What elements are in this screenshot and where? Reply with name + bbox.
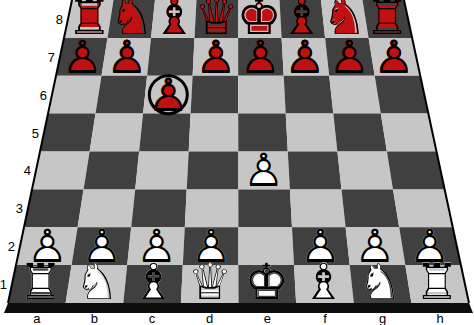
red-pawn-outline-icon: ♙ [106, 34, 147, 80]
file-label-a: a [33, 311, 40, 325]
square-b5[interactable] [90, 114, 144, 152]
red-pawn-outline-icon: ♙ [284, 34, 325, 80]
red-bishop-outline-icon: ♗ [152, 0, 197, 42]
square-b4[interactable] [84, 152, 140, 190]
rank-label-1: 1 [0, 277, 7, 292]
red-pawn-outline-icon: ♙ [329, 34, 370, 80]
white-pawn-outline-icon: ♙ [243, 147, 284, 193]
chess-board-diagram: ♜♖♞♘♝♗♛♕♚♔♝♗♞♘♜♖♟♙♟♙♟♙♟♙♟♙♟♙♟♙♟♙♟♙♟♙♟♙♟♙… [0, 0, 474, 325]
rank-label-5: 5 [32, 125, 39, 140]
rank-label-6: 6 [40, 87, 47, 102]
red-pawn-outline-icon: ♙ [195, 34, 236, 80]
piece-red-pawn-c6[interactable]: ♟♙ [148, 72, 189, 118]
file-label-d: d [206, 311, 213, 325]
white-rook-outline-icon: ♖ [414, 257, 459, 307]
square-d5[interactable] [189, 114, 239, 152]
file-label-b: b [91, 311, 98, 325]
file-label-g: g [379, 311, 386, 325]
piece-red-pawn-h7[interactable]: ♟♙ [373, 34, 414, 80]
piece-white-rook-a1[interactable]: ♜♖ [18, 257, 63, 307]
square-h4[interactable] [387, 152, 445, 190]
file-label-h: h [437, 311, 444, 325]
rank-label-2: 2 [8, 239, 15, 254]
piece-red-pawn-d7[interactable]: ♟♙ [195, 34, 236, 80]
square-g5[interactable] [333, 114, 387, 152]
red-pawn-outline-icon: ♙ [240, 34, 281, 80]
square-c4[interactable] [135, 152, 189, 190]
white-knight-outline-icon: ♘ [75, 257, 120, 307]
square-f4[interactable] [288, 152, 342, 190]
square-a4[interactable] [32, 152, 90, 190]
file-label-c: c [149, 311, 156, 325]
rank-label-7: 7 [48, 49, 55, 64]
white-bishop-outline-icon: ♗ [131, 257, 176, 307]
rank-label-3: 3 [16, 201, 23, 216]
square-d4[interactable] [187, 152, 239, 190]
piece-red-pawn-a7[interactable]: ♟♙ [62, 34, 103, 80]
rank-label-8: 8 [56, 11, 63, 26]
white-rook-outline-icon: ♖ [18, 257, 63, 307]
piece-white-bishop-c1[interactable]: ♝♗ [131, 257, 176, 307]
piece-red-pawn-g7[interactable]: ♟♙ [329, 34, 370, 80]
piece-white-king-e1[interactable]: ♚♔ [244, 257, 289, 307]
red-pawn-outline-icon: ♙ [148, 72, 189, 118]
white-queen-outline-icon: ♕ [188, 257, 233, 307]
square-g4[interactable] [337, 152, 393, 190]
piece-red-bishop-c8[interactable]: ♝♗ [152, 0, 197, 42]
square-h5[interactable] [381, 114, 437, 152]
rank-label-4: 4 [24, 163, 31, 178]
piece-white-queen-d1[interactable]: ♛♕ [188, 257, 233, 307]
piece-red-pawn-b7[interactable]: ♟♙ [106, 34, 147, 80]
red-pawn-outline-icon: ♙ [373, 34, 414, 80]
piece-white-rook-h1[interactable]: ♜♖ [414, 257, 459, 307]
piece-white-bishop-f1[interactable]: ♝♗ [301, 257, 346, 307]
file-label-e: e [264, 311, 271, 325]
red-pawn-outline-icon: ♙ [62, 34, 103, 80]
piece-white-pawn-e4[interactable]: ♟♙ [243, 147, 284, 193]
white-knight-outline-icon: ♘ [358, 257, 403, 307]
white-bishop-outline-icon: ♗ [301, 257, 346, 307]
piece-red-pawn-f7[interactable]: ♟♙ [284, 34, 325, 80]
file-label-f: f [323, 311, 327, 325]
white-king-outline-icon: ♔ [244, 257, 289, 307]
square-f5[interactable] [286, 114, 338, 152]
square-a5[interactable] [40, 114, 96, 152]
piece-white-knight-g1[interactable]: ♞♘ [358, 257, 403, 307]
piece-white-knight-b1[interactable]: ♞♘ [75, 257, 120, 307]
piece-red-pawn-e7[interactable]: ♟♙ [240, 34, 281, 80]
